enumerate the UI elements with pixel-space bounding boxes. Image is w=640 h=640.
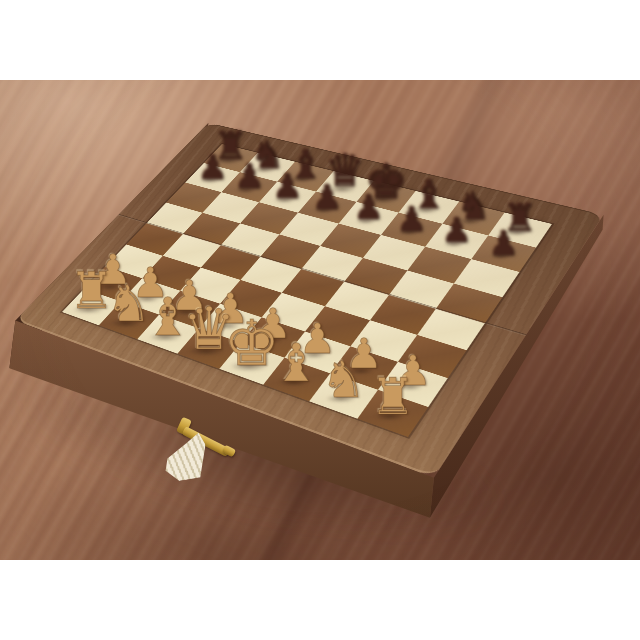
- piece-black-pawn-a7[interactable]: ♟: [197, 149, 228, 183]
- piece-black-pawn-e7[interactable]: ♟: [353, 190, 384, 224]
- piece-white-knight-g1[interactable]: ♞: [321, 354, 366, 404]
- piece-white-rook-h1[interactable]: ♜: [370, 372, 415, 422]
- piece-black-pawn-h7[interactable]: ♟: [488, 225, 519, 259]
- letterbox-top: [0, 0, 640, 80]
- piece-white-bishop-f1[interactable]: ♝: [273, 336, 320, 389]
- piece-white-king-e1[interactable]: ♚: [224, 312, 280, 375]
- piece-black-pawn-c7[interactable]: ♟: [272, 169, 303, 203]
- piece-black-pawn-b7[interactable]: ♟: [234, 159, 265, 193]
- photo-canvas: ♜♞♝♛♚♝♞♜♟♟♟♟♟♟♟♟♟♟♟♟♟♟♟♟♜♞♝♛♚♝♞♜: [0, 0, 640, 640]
- piece-black-pawn-f7[interactable]: ♟: [396, 201, 427, 235]
- letterbox-bottom: [0, 560, 640, 640]
- piece-black-pawn-g7[interactable]: ♟: [441, 213, 472, 247]
- piece-black-pawn-d7[interactable]: ♟: [312, 179, 343, 213]
- chess-set-photo: ♜♞♝♛♚♝♞♜♟♟♟♟♟♟♟♟♟♟♟♟♟♟♟♟♜♞♝♛♚♝♞♜: [0, 80, 640, 560]
